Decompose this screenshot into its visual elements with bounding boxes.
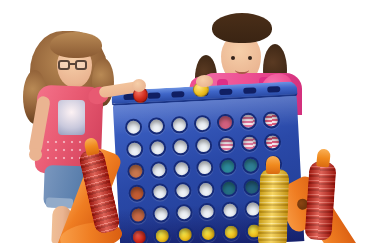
board-cell: [123, 137, 147, 160]
roller-cap: [266, 156, 280, 174]
board-cell: [127, 225, 151, 243]
rim-drop-slot: [219, 89, 232, 96]
hole-empty: [175, 203, 193, 221]
board-cell: [124, 159, 148, 182]
board-cell: [144, 114, 168, 137]
hole-empty: [239, 112, 257, 130]
right-girl-eye: [231, 56, 235, 60]
board-cell: [125, 181, 149, 204]
hole-empty: [196, 158, 214, 176]
left-girl-glasses-lens: [75, 60, 87, 70]
left-girl-glasses-bridge: [69, 63, 76, 65]
disc-yellow: [222, 223, 240, 241]
right-girl-bangs: [212, 13, 272, 43]
hole-empty: [220, 179, 238, 197]
board-cell: [170, 157, 194, 180]
hole-empty: [129, 206, 147, 224]
hole-empty: [148, 117, 166, 135]
hole-empty: [218, 135, 236, 153]
hole-empty: [195, 136, 213, 154]
board-cell: [167, 113, 191, 136]
disc-yellow: [176, 225, 194, 243]
board-cell: [169, 135, 193, 158]
right-girl-smile: [235, 66, 249, 74]
left-girl-hand: [29, 148, 42, 161]
board-cell: [171, 179, 195, 202]
rim-drop-slot: [171, 91, 184, 98]
hole-empty: [171, 115, 189, 133]
rim-drop-slot: [243, 87, 256, 94]
hole-empty: [174, 181, 192, 199]
hole-empty: [150, 161, 168, 179]
board-cell: [146, 136, 170, 159]
disc-yellow: [153, 226, 171, 243]
board-cell: [148, 180, 172, 203]
hole-empty: [172, 137, 190, 155]
board-cell: [126, 203, 150, 226]
board-cell: [239, 153, 263, 176]
left-girl-glasses-lens: [58, 60, 70, 70]
board-cell: [219, 220, 243, 243]
board-cell: [236, 109, 260, 132]
board-cell: [215, 132, 239, 155]
hole-empty: [264, 133, 282, 151]
hole-empty: [262, 111, 280, 129]
hole-empty: [216, 113, 234, 131]
hole-empty: [243, 178, 261, 196]
disc-red: [130, 228, 148, 243]
right-girl-eye: [248, 56, 252, 60]
hole-empty: [242, 156, 260, 174]
board-cell: [195, 199, 219, 222]
roller-cap: [316, 148, 331, 167]
red-disc-roller-right: [304, 161, 336, 241]
hole-empty: [152, 204, 170, 222]
hole-empty: [241, 134, 259, 152]
hole-empty: [125, 118, 143, 136]
board-cell: [193, 155, 217, 178]
rim-drop-slot: [147, 92, 160, 99]
hole-empty: [219, 157, 237, 175]
product-photo: [0, 0, 365, 243]
board-cell: [147, 158, 171, 181]
board-cell: [237, 131, 261, 154]
hole-empty: [197, 180, 215, 198]
hole-empty: [149, 139, 167, 157]
board-cell: [213, 110, 237, 133]
board-cell: [218, 198, 242, 221]
board-cell: [173, 223, 197, 243]
hole-empty: [198, 202, 216, 220]
board-cell: [194, 177, 218, 200]
board-cell: [259, 108, 283, 131]
board-cell: [190, 112, 214, 135]
right-girl-dropping-hand: [196, 75, 213, 87]
hole-empty: [126, 140, 144, 158]
board-cell: [172, 201, 196, 224]
hole-empty: [151, 183, 169, 201]
rim-drop-slot: [267, 86, 280, 93]
board-cell: [196, 221, 220, 243]
left-girl-bangs: [50, 32, 102, 58]
board-cell: [217, 176, 241, 199]
board-cell: [216, 154, 240, 177]
board-cell: [149, 202, 173, 225]
hole-empty: [221, 201, 239, 219]
disc-yellow: [199, 224, 217, 242]
yellow-disc-roller: [258, 169, 290, 243]
board-cell: [260, 130, 284, 153]
left-girl-shirt-graphic: [58, 100, 85, 135]
board-cell: [150, 224, 174, 243]
hole-empty: [128, 184, 146, 202]
hole-empty: [173, 159, 191, 177]
board-cell: [192, 134, 216, 157]
board-cell: [121, 115, 145, 138]
left-girl-dropping-hand: [132, 79, 146, 92]
hole-empty: [194, 114, 212, 132]
hole-empty: [127, 162, 145, 180]
